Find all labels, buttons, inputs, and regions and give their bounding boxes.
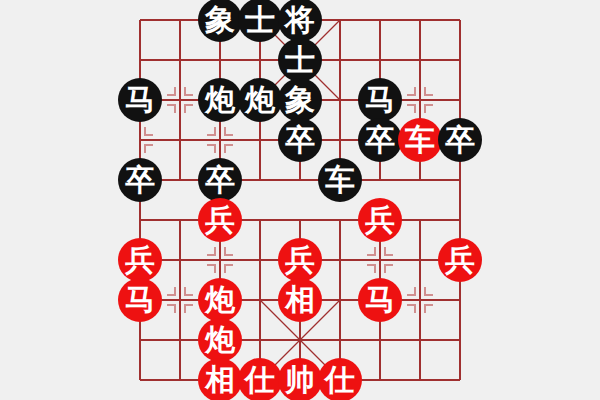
piece-black-general[interactable]: 将 bbox=[278, 0, 322, 42]
piece-red-advisor[interactable]: 仕 bbox=[238, 358, 282, 400]
piece-red-soldier[interactable]: 兵 bbox=[358, 198, 402, 242]
piece-black-cannon[interactable]: 炮 bbox=[198, 78, 242, 122]
piece-black-cannon[interactable]: 炮 bbox=[238, 78, 282, 122]
piece-red-elephant[interactable]: 相 bbox=[278, 278, 322, 322]
piece-black-advisor[interactable]: 士 bbox=[278, 38, 322, 82]
xiangqi-board[interactable]: 象士将士马炮炮象马卒卒车卒卒卒车兵兵兵兵兵马炮相马炮相仕帅仕 bbox=[0, 0, 600, 400]
piece-red-chariot[interactable]: 车 bbox=[398, 118, 442, 162]
piece-red-general[interactable]: 帅 bbox=[278, 358, 322, 400]
piece-red-soldier[interactable]: 兵 bbox=[438, 238, 482, 282]
piece-black-advisor[interactable]: 士 bbox=[238, 0, 282, 42]
piece-red-horse[interactable]: 马 bbox=[118, 278, 162, 322]
piece-red-cannon[interactable]: 炮 bbox=[198, 278, 242, 322]
piece-black-soldier[interactable]: 卒 bbox=[278, 118, 322, 162]
piece-red-soldier[interactable]: 兵 bbox=[278, 238, 322, 282]
piece-black-soldier[interactable]: 卒 bbox=[438, 118, 482, 162]
piece-red-advisor[interactable]: 仕 bbox=[318, 358, 362, 400]
piece-black-horse[interactable]: 马 bbox=[358, 78, 402, 122]
piece-red-soldier[interactable]: 兵 bbox=[198, 198, 242, 242]
piece-black-elephant[interactable]: 象 bbox=[198, 0, 242, 42]
piece-layer: 象士将士马炮炮象马卒卒车卒卒卒车兵兵兵兵兵马炮相马炮相仕帅仕 bbox=[120, 0, 480, 400]
piece-black-soldier[interactable]: 卒 bbox=[198, 158, 242, 202]
piece-black-soldier[interactable]: 卒 bbox=[358, 118, 402, 162]
piece-red-soldier[interactable]: 兵 bbox=[118, 238, 162, 282]
piece-red-elephant[interactable]: 相 bbox=[198, 358, 242, 400]
piece-black-soldier[interactable]: 卒 bbox=[118, 158, 162, 202]
piece-black-elephant[interactable]: 象 bbox=[278, 78, 322, 122]
piece-red-horse[interactable]: 马 bbox=[358, 278, 402, 322]
piece-red-cannon[interactable]: 炮 bbox=[198, 318, 242, 362]
piece-black-horse[interactable]: 马 bbox=[118, 78, 162, 122]
piece-black-chariot[interactable]: 车 bbox=[318, 158, 362, 202]
